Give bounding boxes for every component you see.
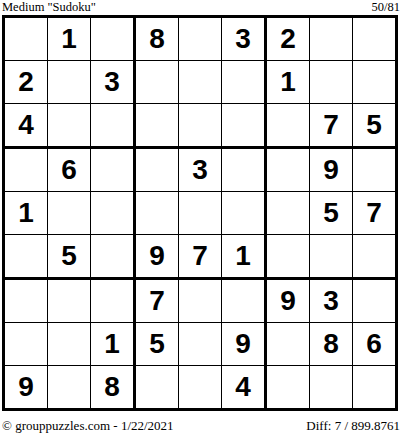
- cell-r1c6: 3: [222, 18, 267, 61]
- cell-r2c6[interactable]: [222, 61, 267, 104]
- cell-r5c4[interactable]: [136, 192, 179, 235]
- cell-r6c5: 7: [179, 235, 222, 280]
- cell-r7c7: 9: [267, 280, 310, 323]
- cell-r7c6[interactable]: [222, 280, 267, 323]
- cell-r4c4[interactable]: [136, 149, 179, 192]
- cell-r2c8[interactable]: [310, 61, 353, 104]
- cell-r2c1: 2: [5, 61, 48, 104]
- cell-r9c6: 4: [222, 366, 267, 408]
- cell-r7c1[interactable]: [5, 280, 48, 323]
- difficulty-text: Diff: 7 / 899.8761: [306, 418, 400, 434]
- cell-r8c2[interactable]: [48, 323, 91, 366]
- cell-r3c9: 5: [353, 104, 395, 149]
- cell-r6c2: 5: [48, 235, 91, 280]
- cell-r1c2: 1: [48, 18, 91, 61]
- cell-r3c6[interactable]: [222, 104, 267, 149]
- cell-r5c3[interactable]: [91, 192, 136, 235]
- cell-r9c8[interactable]: [310, 366, 353, 408]
- cell-r3c5[interactable]: [179, 104, 222, 149]
- cell-r7c8: 3: [310, 280, 353, 323]
- cell-r8c7[interactable]: [267, 323, 310, 366]
- cell-r8c1[interactable]: [5, 323, 48, 366]
- sudoku-page: Medium "Sudoku" 50/81 183223147563915759…: [0, 0, 402, 437]
- footer: © grouppuzzles.com - 1/22/2021 Diff: 7 /…: [2, 418, 400, 434]
- cell-r7c5[interactable]: [179, 280, 222, 323]
- cell-r5c2[interactable]: [48, 192, 91, 235]
- cell-r9c4[interactable]: [136, 366, 179, 408]
- cell-r2c5[interactable]: [179, 61, 222, 104]
- cell-r5c5[interactable]: [179, 192, 222, 235]
- cell-r2c9[interactable]: [353, 61, 395, 104]
- cell-r1c5[interactable]: [179, 18, 222, 61]
- cell-r5c7[interactable]: [267, 192, 310, 235]
- cell-r9c3: 8: [91, 366, 136, 408]
- cell-r8c8: 8: [310, 323, 353, 366]
- cell-r8c6: 9: [222, 323, 267, 366]
- cell-r9c2[interactable]: [48, 366, 91, 408]
- cell-r5c6[interactable]: [222, 192, 267, 235]
- cell-r2c2[interactable]: [48, 61, 91, 104]
- cell-r7c9[interactable]: [353, 280, 395, 323]
- puzzle-title: Medium "Sudoku": [2, 1, 96, 14]
- cell-r3c1: 4: [5, 104, 48, 149]
- cell-r9c5[interactable]: [179, 366, 222, 408]
- copyright-text: © grouppuzzles.com - 1/22/2021: [2, 418, 174, 434]
- cell-r1c1[interactable]: [5, 18, 48, 61]
- header: Medium "Sudoku" 50/81: [2, 1, 400, 15]
- cell-r2c7: 1: [267, 61, 310, 104]
- cell-r5c8: 5: [310, 192, 353, 235]
- cell-r5c1: 1: [5, 192, 48, 235]
- cell-r4c6[interactable]: [222, 149, 267, 192]
- cell-r8c3: 1: [91, 323, 136, 366]
- cell-r6c3[interactable]: [91, 235, 136, 280]
- cell-r4c1[interactable]: [5, 149, 48, 192]
- cell-r4c7[interactable]: [267, 149, 310, 192]
- cell-r5c9: 7: [353, 192, 395, 235]
- cell-r9c9[interactable]: [353, 366, 395, 408]
- cell-r6c8[interactable]: [310, 235, 353, 280]
- cell-r6c4: 9: [136, 235, 179, 280]
- sudoku-board: 1832231475639157597179315986984: [2, 15, 398, 411]
- cell-r7c4: 7: [136, 280, 179, 323]
- cell-r3c7[interactable]: [267, 104, 310, 149]
- cell-r1c8[interactable]: [310, 18, 353, 61]
- cell-r8c9: 6: [353, 323, 395, 366]
- cell-r4c3[interactable]: [91, 149, 136, 192]
- cell-r3c8: 7: [310, 104, 353, 149]
- cell-r8c4: 5: [136, 323, 179, 366]
- cell-r2c4[interactable]: [136, 61, 179, 104]
- progress-counter: 50/81: [372, 1, 400, 14]
- cell-r7c3[interactable]: [91, 280, 136, 323]
- cell-r1c9[interactable]: [353, 18, 395, 61]
- cell-r4c9[interactable]: [353, 149, 395, 192]
- cell-r3c3[interactable]: [91, 104, 136, 149]
- cell-r4c8: 9: [310, 149, 353, 192]
- cell-r7c2[interactable]: [48, 280, 91, 323]
- cell-r2c3: 3: [91, 61, 136, 104]
- cell-r1c4: 8: [136, 18, 179, 61]
- cell-r9c1: 9: [5, 366, 48, 408]
- cell-r1c3[interactable]: [91, 18, 136, 61]
- cell-r6c9[interactable]: [353, 235, 395, 280]
- cell-r9c7[interactable]: [267, 366, 310, 408]
- cell-r6c6: 1: [222, 235, 267, 280]
- cell-r4c2: 6: [48, 149, 91, 192]
- cell-r4c5: 3: [179, 149, 222, 192]
- cell-r8c5[interactable]: [179, 323, 222, 366]
- cell-r3c4[interactable]: [136, 104, 179, 149]
- cell-r1c7: 2: [267, 18, 310, 61]
- cell-r6c7[interactable]: [267, 235, 310, 280]
- cell-r3c2[interactable]: [48, 104, 91, 149]
- cell-r6c1[interactable]: [5, 235, 48, 280]
